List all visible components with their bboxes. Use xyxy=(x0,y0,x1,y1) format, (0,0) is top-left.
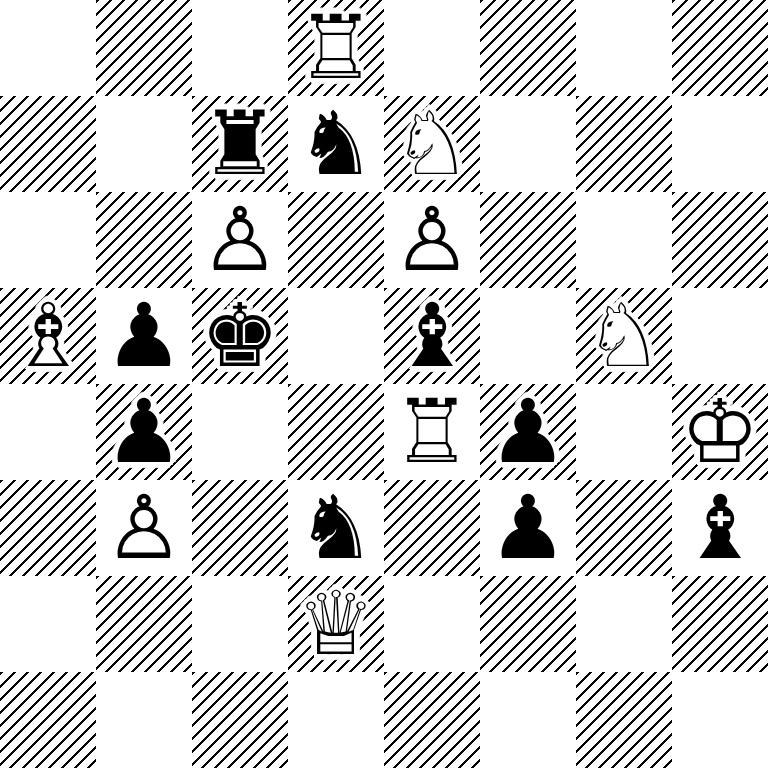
white-king[interactable]: ♚♔ xyxy=(672,384,768,480)
square-e1[interactable] xyxy=(384,672,480,768)
square-f2[interactable] xyxy=(480,576,576,672)
black-pawn[interactable]: ♟♟ xyxy=(96,384,192,480)
square-a1[interactable] xyxy=(0,672,96,768)
white-knight[interactable]: ♞♘ xyxy=(384,96,480,192)
square-a8[interactable] xyxy=(0,0,96,96)
square-a7[interactable] xyxy=(0,96,96,192)
square-b5[interactable]: ♟♟ xyxy=(96,288,192,384)
black-pawn[interactable]: ♟♟ xyxy=(96,288,192,384)
square-e7[interactable]: ♞♘ xyxy=(384,96,480,192)
square-e3[interactable] xyxy=(384,480,480,576)
square-c4[interactable] xyxy=(192,384,288,480)
square-g7[interactable] xyxy=(576,96,672,192)
square-h4[interactable]: ♚♔ xyxy=(672,384,768,480)
black-king-glyph: ♚ xyxy=(192,288,288,384)
square-h2[interactable] xyxy=(672,576,768,672)
black-bishop[interactable]: ♝♝ xyxy=(384,288,480,384)
square-f3[interactable]: ♟♟ xyxy=(480,480,576,576)
black-bishop[interactable]: ♝♝ xyxy=(672,480,768,576)
black-pawn[interactable]: ♟♟ xyxy=(480,480,576,576)
square-d4[interactable] xyxy=(288,384,384,480)
square-c8[interactable] xyxy=(192,0,288,96)
square-d8[interactable]: ♜♖ xyxy=(288,0,384,96)
square-c5[interactable]: ♚♚ xyxy=(192,288,288,384)
square-c7[interactable]: ♜♜ xyxy=(192,96,288,192)
square-d1[interactable] xyxy=(288,672,384,768)
square-f1[interactable] xyxy=(480,672,576,768)
white-king-glyph: ♔ xyxy=(672,384,768,480)
black-pawn[interactable]: ♟♟ xyxy=(480,384,576,480)
square-f8[interactable] xyxy=(480,0,576,96)
black-bishop-glyph: ♝ xyxy=(672,480,768,576)
square-e5[interactable]: ♝♝ xyxy=(384,288,480,384)
black-bishop-glyph: ♝ xyxy=(384,288,480,384)
black-king[interactable]: ♚♚ xyxy=(192,288,288,384)
square-h1[interactable] xyxy=(672,672,768,768)
white-pawn[interactable]: ♟♙ xyxy=(96,480,192,576)
square-a2[interactable] xyxy=(0,576,96,672)
square-b3[interactable]: ♟♙ xyxy=(96,480,192,576)
square-c3[interactable] xyxy=(192,480,288,576)
black-rook[interactable]: ♜♜ xyxy=(192,96,288,192)
square-e6[interactable]: ♟♙ xyxy=(384,192,480,288)
black-knight[interactable]: ♞♞ xyxy=(288,96,384,192)
square-b1[interactable] xyxy=(96,672,192,768)
square-g5[interactable]: ♞♘ xyxy=(576,288,672,384)
square-g3[interactable] xyxy=(576,480,672,576)
black-pawn-glyph: ♟ xyxy=(480,384,576,480)
white-rook[interactable]: ♜♖ xyxy=(288,0,384,96)
black-knight-glyph: ♞ xyxy=(288,480,384,576)
square-b8[interactable] xyxy=(96,0,192,96)
square-h3[interactable]: ♝♝ xyxy=(672,480,768,576)
square-g6[interactable] xyxy=(576,192,672,288)
black-rook-glyph: ♜ xyxy=(192,96,288,192)
square-c6[interactable]: ♟♙ xyxy=(192,192,288,288)
square-a5[interactable]: ♝♗ xyxy=(0,288,96,384)
square-h5[interactable] xyxy=(672,288,768,384)
square-h6[interactable] xyxy=(672,192,768,288)
square-f5[interactable] xyxy=(480,288,576,384)
white-pawn-glyph: ♙ xyxy=(384,192,480,288)
square-a6[interactable] xyxy=(0,192,96,288)
square-a3[interactable] xyxy=(0,480,96,576)
white-pawn[interactable]: ♟♙ xyxy=(192,192,288,288)
white-bishop-glyph: ♗ xyxy=(0,288,96,384)
square-a4[interactable] xyxy=(0,384,96,480)
square-d2[interactable]: ♛♕ xyxy=(288,576,384,672)
black-pawn-glyph: ♟ xyxy=(96,288,192,384)
white-rook[interactable]: ♜♖ xyxy=(384,384,480,480)
square-e2[interactable] xyxy=(384,576,480,672)
white-pawn-glyph: ♙ xyxy=(192,192,288,288)
square-f6[interactable] xyxy=(480,192,576,288)
square-h8[interactable] xyxy=(672,0,768,96)
square-c2[interactable] xyxy=(192,576,288,672)
chess-board: ♜♖♜♜♞♞♞♘♟♙♟♙♝♗♟♟♚♚♝♝♞♘♟♟♜♖♟♟♚♔♟♙♞♞♟♟♝♝♛♕ xyxy=(0,0,768,768)
white-bishop[interactable]: ♝♗ xyxy=(0,288,96,384)
black-knight-glyph: ♞ xyxy=(288,96,384,192)
black-pawn-glyph: ♟ xyxy=(96,384,192,480)
black-knight[interactable]: ♞♞ xyxy=(288,480,384,576)
square-f7[interactable] xyxy=(480,96,576,192)
white-rook-glyph: ♖ xyxy=(288,0,384,96)
square-f4[interactable]: ♟♟ xyxy=(480,384,576,480)
square-b4[interactable]: ♟♟ xyxy=(96,384,192,480)
square-b2[interactable] xyxy=(96,576,192,672)
white-pawn[interactable]: ♟♙ xyxy=(384,192,480,288)
square-g8[interactable] xyxy=(576,0,672,96)
square-d5[interactable] xyxy=(288,288,384,384)
square-e4[interactable]: ♜♖ xyxy=(384,384,480,480)
square-h7[interactable] xyxy=(672,96,768,192)
square-d3[interactable]: ♞♞ xyxy=(288,480,384,576)
white-pawn-glyph: ♙ xyxy=(96,480,192,576)
square-b6[interactable] xyxy=(96,192,192,288)
white-knight-glyph: ♘ xyxy=(576,288,672,384)
square-g1[interactable] xyxy=(576,672,672,768)
white-queen-glyph: ♕ xyxy=(288,576,384,672)
white-knight[interactable]: ♞♘ xyxy=(576,288,672,384)
square-d7[interactable]: ♞♞ xyxy=(288,96,384,192)
white-knight-glyph: ♘ xyxy=(384,96,480,192)
white-queen[interactable]: ♛♕ xyxy=(288,576,384,672)
square-c1[interactable] xyxy=(192,672,288,768)
square-b7[interactable] xyxy=(96,96,192,192)
square-g2[interactable] xyxy=(576,576,672,672)
square-g4[interactable] xyxy=(576,384,672,480)
square-e8[interactable] xyxy=(384,0,480,96)
white-rook-glyph: ♖ xyxy=(384,384,480,480)
black-pawn-glyph: ♟ xyxy=(480,480,576,576)
square-d6[interactable] xyxy=(288,192,384,288)
